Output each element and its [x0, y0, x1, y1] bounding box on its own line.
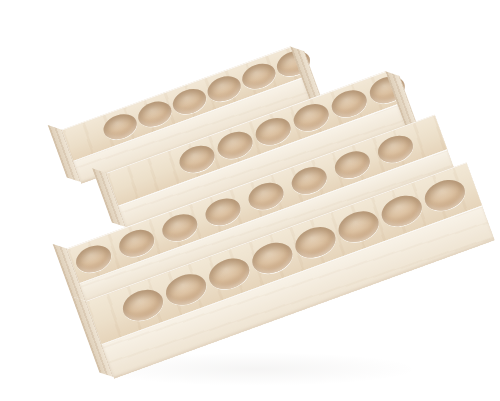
bottle-hole	[205, 253, 254, 294]
bottle-hole	[420, 175, 469, 216]
bottle-hole	[119, 285, 168, 326]
wooden-display-stand	[28, 3, 494, 377]
bottle-hole	[162, 269, 211, 310]
bottle-hole	[334, 206, 383, 247]
bottle-hole	[377, 190, 426, 231]
product-photo	[0, 0, 500, 401]
bottle-hole	[248, 237, 297, 278]
bottle-hole	[291, 222, 340, 263]
